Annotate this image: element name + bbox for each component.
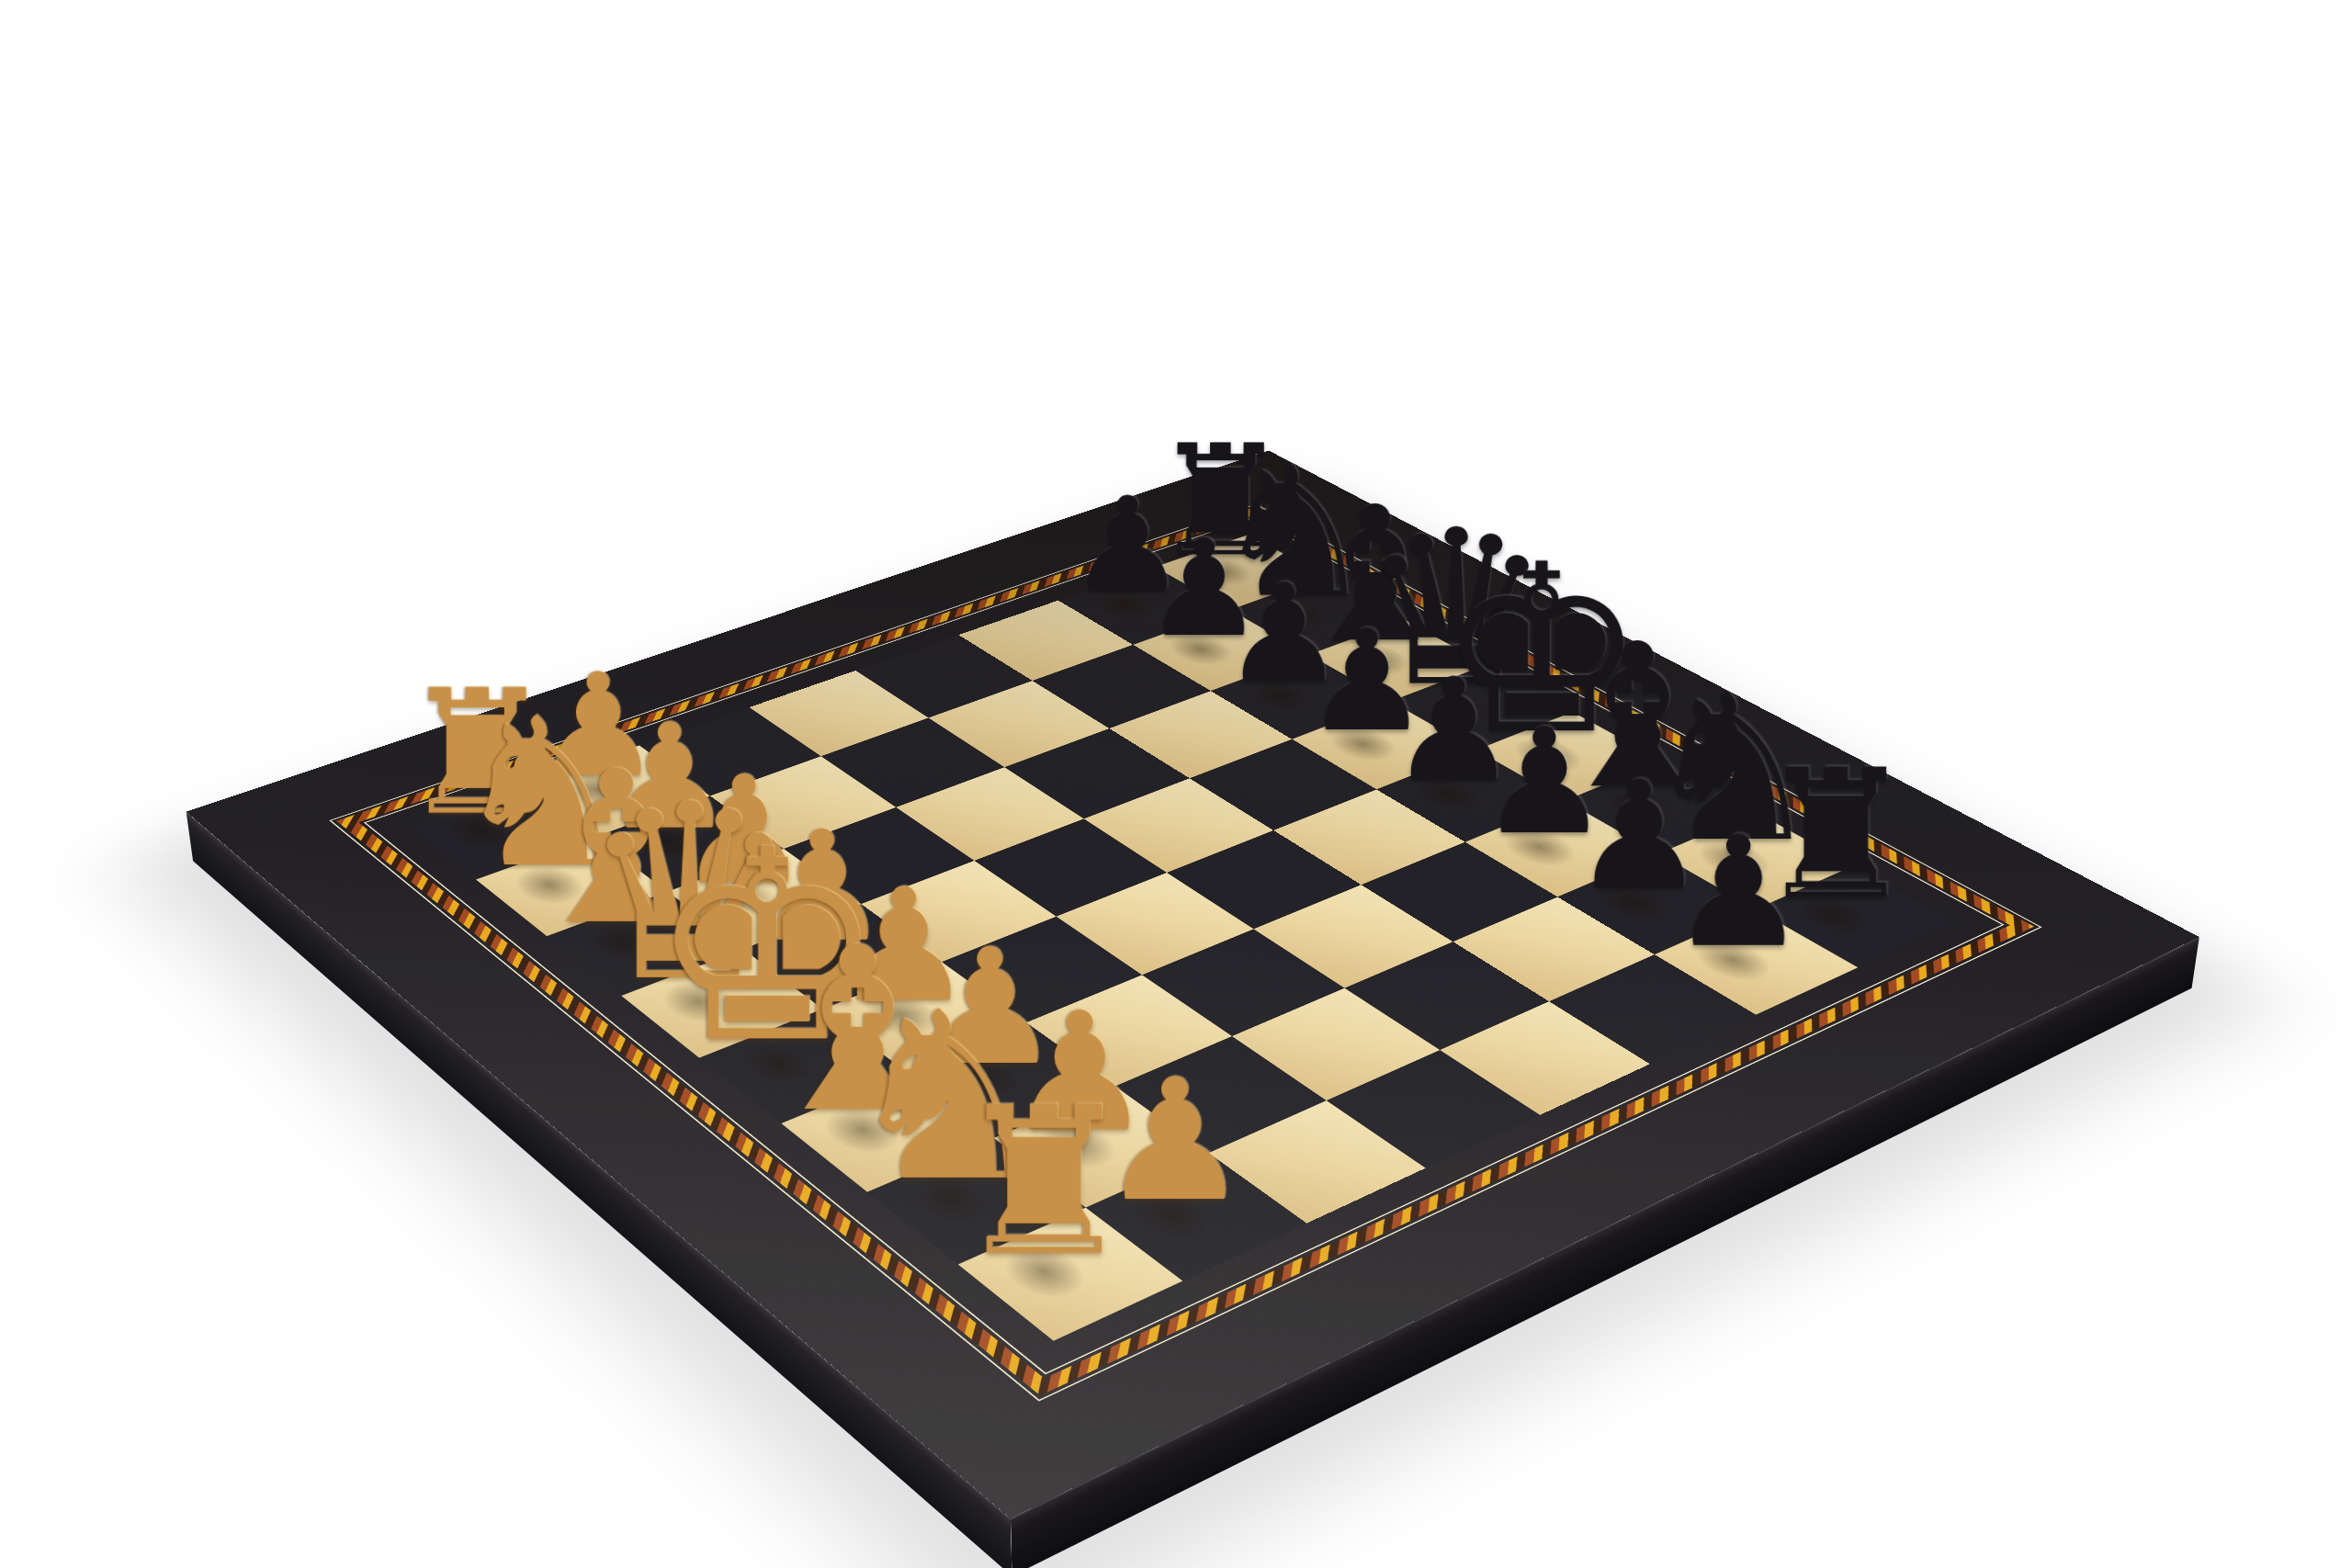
photo-background: ♜♞♝♛♚♝♞♜♟♟♟♟♟♟♟♟♟♟♟♟♟♟♟♟♜♞♝♛♚♝♞♜ — [0, 0, 2352, 1568]
white-rook-h1: ♜ — [953, 1080, 1136, 1284]
chess-board: ♜♞♝♛♚♝♞♜♟♟♟♟♟♟♟♟♟♟♟♟♟♟♟♟♜♞♝♛♚♝♞♜ — [187, 451, 2199, 1518]
black-pawn-h7: ♟ — [1670, 816, 1807, 968]
